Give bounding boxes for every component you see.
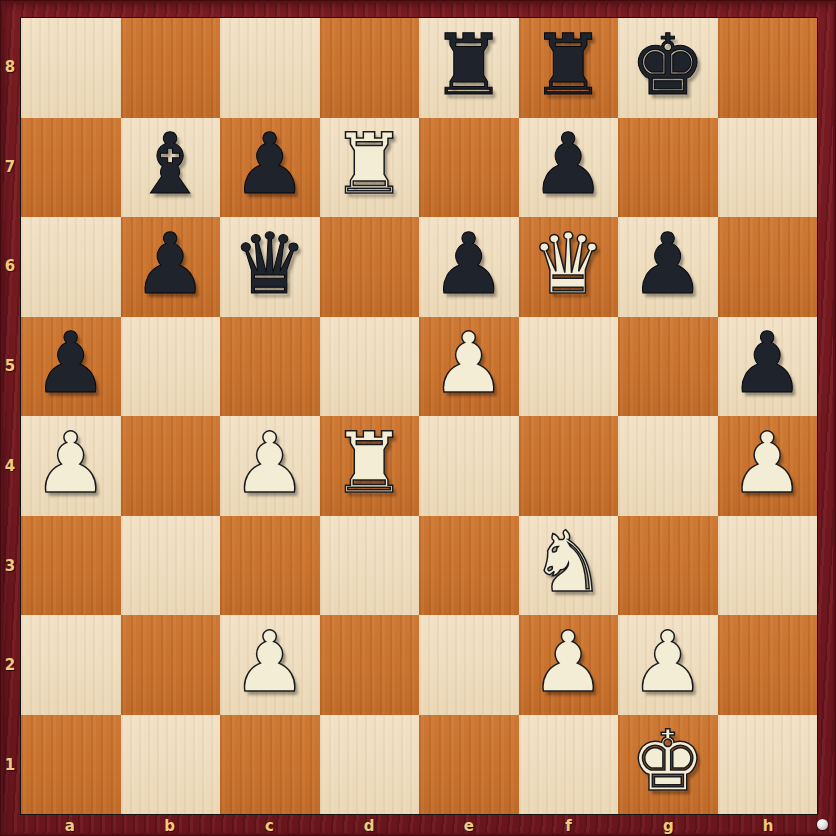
white-queen-icon[interactable]: ♛ <box>531 222 606 306</box>
file-label-d: d <box>319 815 419 836</box>
square-g1[interactable]: ♚ <box>618 715 718 815</box>
square-g4[interactable] <box>618 416 718 516</box>
square-h7[interactable] <box>718 118 818 218</box>
square-d8[interactable] <box>320 18 420 118</box>
square-b5[interactable] <box>121 317 221 417</box>
square-f4[interactable] <box>519 416 619 516</box>
chess-board-frame: ♜♜♚♝♟♜♟♟♛♟♛♟♟♟♟♟♟♜♟♞♟♟♟♚ 87654321 abcdef… <box>0 0 836 836</box>
square-d3[interactable] <box>320 516 420 616</box>
square-c4[interactable]: ♟ <box>220 416 320 516</box>
white-pawn-icon[interactable]: ♟ <box>730 421 805 505</box>
square-d6[interactable] <box>320 217 420 317</box>
black-pawn-icon[interactable]: ♟ <box>33 321 108 405</box>
square-a4[interactable]: ♟ <box>21 416 121 516</box>
rank-label-3: 3 <box>0 516 20 616</box>
white-to-move-indicator <box>817 819 828 830</box>
square-c6[interactable]: ♛ <box>220 217 320 317</box>
rank-labels: 87654321 <box>0 17 20 815</box>
square-e1[interactable] <box>419 715 519 815</box>
square-d5[interactable] <box>320 317 420 417</box>
white-pawn-icon[interactable]: ♟ <box>531 620 606 704</box>
square-g3[interactable] <box>618 516 718 616</box>
square-b7[interactable]: ♝ <box>121 118 221 218</box>
square-b4[interactable] <box>121 416 221 516</box>
square-f7[interactable]: ♟ <box>519 118 619 218</box>
square-a6[interactable] <box>21 217 121 317</box>
square-c8[interactable] <box>220 18 320 118</box>
square-h3[interactable] <box>718 516 818 616</box>
file-label-e: e <box>419 815 519 836</box>
square-g7[interactable] <box>618 118 718 218</box>
square-h8[interactable] <box>718 18 818 118</box>
square-a3[interactable] <box>21 516 121 616</box>
rank-label-4: 4 <box>0 416 20 516</box>
square-e5[interactable]: ♟ <box>419 317 519 417</box>
file-label-b: b <box>120 815 220 836</box>
square-d7[interactable]: ♜ <box>320 118 420 218</box>
square-f3[interactable]: ♞ <box>519 516 619 616</box>
white-rook-icon[interactable]: ♜ <box>332 421 407 505</box>
square-d4[interactable]: ♜ <box>320 416 420 516</box>
file-label-h: h <box>718 815 818 836</box>
square-b2[interactable] <box>121 615 221 715</box>
white-pawn-icon[interactable]: ♟ <box>232 421 307 505</box>
square-a5[interactable]: ♟ <box>21 317 121 417</box>
chess-board[interactable]: ♜♜♚♝♟♜♟♟♛♟♛♟♟♟♟♟♟♜♟♞♟♟♟♚ <box>20 17 818 815</box>
square-h5[interactable]: ♟ <box>718 317 818 417</box>
square-g8[interactable]: ♚ <box>618 18 718 118</box>
square-b6[interactable]: ♟ <box>121 217 221 317</box>
black-queen-icon[interactable]: ♛ <box>232 222 307 306</box>
square-e3[interactable] <box>419 516 519 616</box>
black-rook-icon[interactable]: ♜ <box>431 23 506 107</box>
rank-label-2: 2 <box>0 616 20 716</box>
white-king-icon[interactable]: ♚ <box>630 719 705 803</box>
rank-label-8: 8 <box>0 17 20 117</box>
black-pawn-icon[interactable]: ♟ <box>232 122 307 206</box>
square-g2[interactable]: ♟ <box>618 615 718 715</box>
square-g5[interactable] <box>618 317 718 417</box>
white-rook-icon[interactable]: ♜ <box>332 122 407 206</box>
square-e4[interactable] <box>419 416 519 516</box>
square-f1[interactable] <box>519 715 619 815</box>
square-a8[interactable] <box>21 18 121 118</box>
square-c1[interactable] <box>220 715 320 815</box>
black-king-icon[interactable]: ♚ <box>630 23 705 107</box>
file-label-c: c <box>220 815 320 836</box>
black-rook-icon[interactable]: ♜ <box>531 23 606 107</box>
black-pawn-icon[interactable]: ♟ <box>630 222 705 306</box>
file-label-g: g <box>619 815 719 836</box>
white-pawn-icon[interactable]: ♟ <box>630 620 705 704</box>
rank-label-6: 6 <box>0 217 20 317</box>
black-pawn-icon[interactable]: ♟ <box>730 321 805 405</box>
square-a7[interactable] <box>21 118 121 218</box>
square-d2[interactable] <box>320 615 420 715</box>
square-f6[interactable]: ♛ <box>519 217 619 317</box>
black-bishop-icon[interactable]: ♝ <box>133 122 208 206</box>
black-pawn-icon[interactable]: ♟ <box>133 222 208 306</box>
black-pawn-icon[interactable]: ♟ <box>431 222 506 306</box>
black-pawn-icon[interactable]: ♟ <box>531 122 606 206</box>
rank-label-1: 1 <box>0 715 20 815</box>
square-c2[interactable]: ♟ <box>220 615 320 715</box>
rank-label-5: 5 <box>0 316 20 416</box>
square-h4[interactable]: ♟ <box>718 416 818 516</box>
square-e8[interactable]: ♜ <box>419 18 519 118</box>
square-c5[interactable] <box>220 317 320 417</box>
square-h6[interactable] <box>718 217 818 317</box>
white-pawn-icon[interactable]: ♟ <box>431 321 506 405</box>
file-label-a: a <box>20 815 120 836</box>
square-e7[interactable] <box>419 118 519 218</box>
square-a2[interactable] <box>21 615 121 715</box>
square-g6[interactable]: ♟ <box>618 217 718 317</box>
square-b3[interactable] <box>121 516 221 616</box>
square-a1[interactable] <box>21 715 121 815</box>
square-f5[interactable] <box>519 317 619 417</box>
square-f2[interactable]: ♟ <box>519 615 619 715</box>
white-pawn-icon[interactable]: ♟ <box>33 421 108 505</box>
square-h2[interactable] <box>718 615 818 715</box>
square-b8[interactable] <box>121 18 221 118</box>
square-c3[interactable] <box>220 516 320 616</box>
file-label-f: f <box>519 815 619 836</box>
square-e6[interactable]: ♟ <box>419 217 519 317</box>
white-pawn-icon[interactable]: ♟ <box>232 620 307 704</box>
square-h1[interactable] <box>718 715 818 815</box>
square-b1[interactable] <box>121 715 221 815</box>
file-labels: abcdefgh <box>20 815 818 836</box>
square-d1[interactable] <box>320 715 420 815</box>
square-c7[interactable]: ♟ <box>220 118 320 218</box>
rank-label-7: 7 <box>0 117 20 217</box>
square-f8[interactable]: ♜ <box>519 18 619 118</box>
square-e2[interactable] <box>419 615 519 715</box>
white-knight-icon[interactable]: ♞ <box>531 520 606 604</box>
